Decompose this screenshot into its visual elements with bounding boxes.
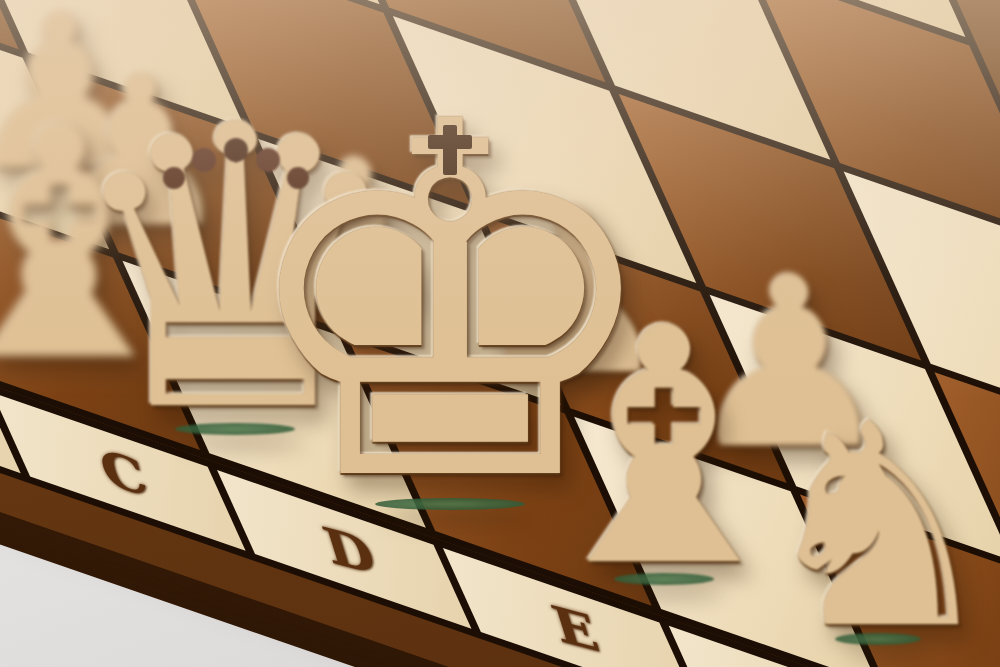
chess-photo-scene: CDE ♟♟♟♟♟♝♛♚♝♞ — [0, 0, 1000, 667]
file-label-text: D — [303, 511, 386, 587]
file-label-text: E — [531, 590, 608, 665]
file-label-text: C — [79, 434, 158, 509]
